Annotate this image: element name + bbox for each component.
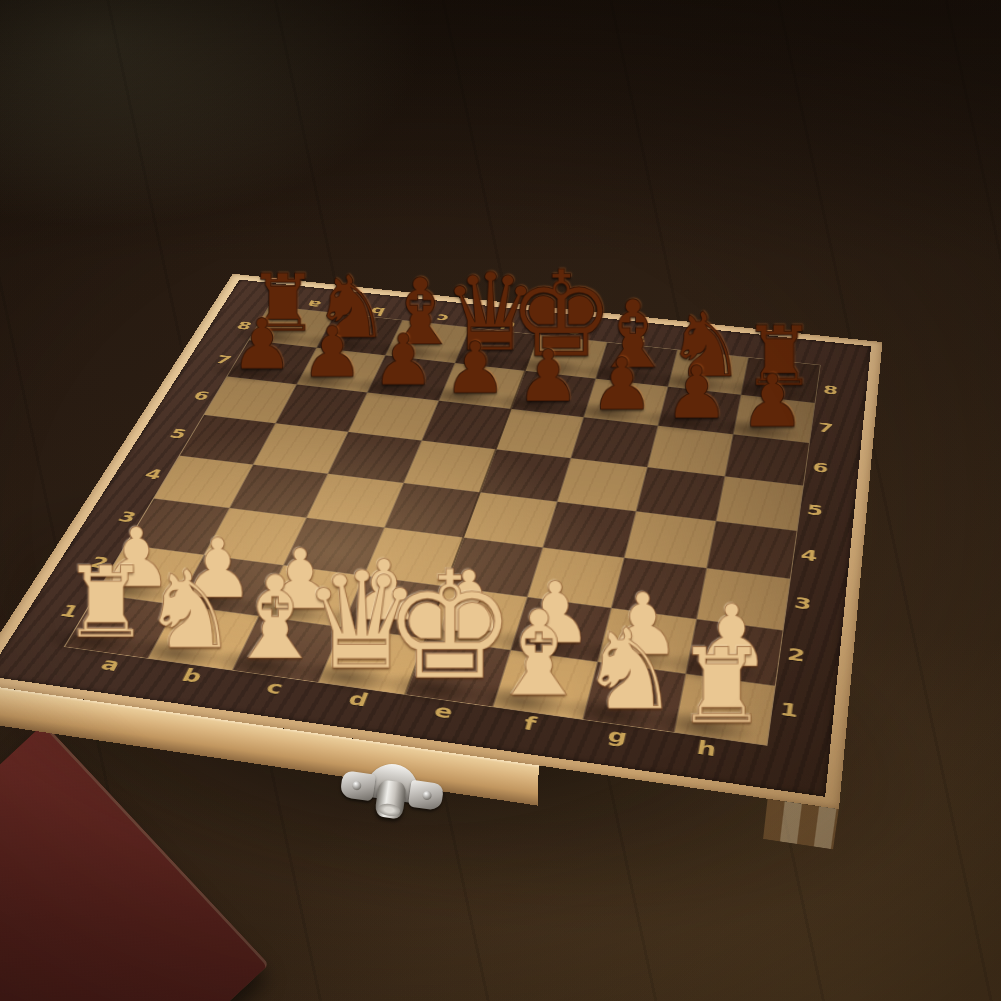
white-rook-icon: ♜ [61, 554, 149, 652]
rank-label-5: 5 [785, 486, 844, 536]
piece-white-knight-g1[interactable]: ♞ [583, 662, 686, 733]
white-bishop-icon: ♝ [485, 595, 591, 713]
black-pawn-icon: ♟ [739, 365, 805, 438]
rank-label-6: 6 [792, 445, 849, 492]
piece-black-pawn-h7[interactable]: ♟ [734, 395, 816, 443]
piece-white-rook-h1[interactable]: ♜ [675, 674, 776, 746]
black-pawn-icon: ♟ [664, 357, 729, 430]
latch-clasp[interactable] [336, 757, 446, 837]
chess-board: ♜♞♝♛♚♝♞♜♟♟♟♟♟♟♟♟♟♟♟♟♟♟♟♟♜♞♝♛♚♝♞♜ abcdefg… [0, 274, 882, 809]
black-pawn-icon: ♟ [300, 317, 363, 387]
white-rook-icon: ♜ [675, 635, 768, 739]
clasp-barrel [374, 779, 407, 820]
black-pawn-icon: ♟ [443, 333, 507, 404]
black-pawn-icon: ♟ [589, 349, 654, 421]
scene: ♜♞♝♛♚♝♞♜♟♟♟♟♟♟♟♟♟♟♟♟♟♟♟♟♜♞♝♛♚♝♞♜ abcdefg… [0, 0, 1001, 1001]
rank-label-3: 3 [771, 576, 834, 633]
black-pawn-icon: ♟ [230, 310, 293, 380]
black-pawn-icon: ♟ [516, 341, 580, 413]
piece-black-pawn-g7[interactable]: ♟ [659, 386, 742, 434]
white-knight-icon: ♞ [579, 614, 679, 726]
black-pawn-icon: ♟ [371, 325, 434, 396]
